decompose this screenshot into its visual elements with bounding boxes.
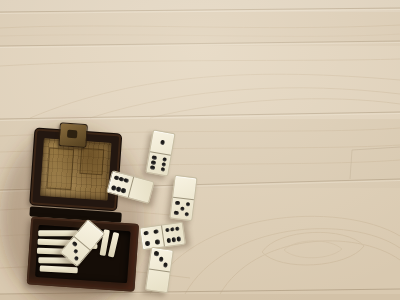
paper-print-block (46, 148, 74, 190)
box-clasp (58, 122, 88, 148)
pip (145, 241, 150, 246)
pip (72, 241, 78, 247)
pip (160, 167, 165, 172)
tile-half-0 (173, 176, 196, 199)
pip (154, 251, 159, 256)
pip (175, 200, 180, 205)
pip (124, 178, 130, 184)
pip (72, 248, 78, 254)
pip (160, 140, 165, 145)
paper-print-block (80, 148, 104, 176)
pip (174, 211, 179, 216)
pip (121, 188, 127, 194)
tile-half-0 (127, 177, 153, 203)
pip (154, 229, 159, 234)
pip (175, 226, 180, 231)
pip (180, 206, 185, 211)
tile-half-3 (149, 248, 173, 271)
scene (0, 0, 400, 300)
pip (73, 255, 79, 261)
pip (176, 236, 181, 241)
tile-half-6 (147, 151, 171, 176)
tile-half-0 (146, 268, 170, 292)
pip (185, 202, 190, 207)
pip (150, 165, 155, 170)
stacked-domino-4[interactable] (40, 265, 78, 273)
tile-half-4 (140, 226, 163, 250)
pip (163, 263, 168, 268)
pip (143, 230, 148, 235)
domino-box[interactable] (18, 122, 147, 296)
tile-half-5 (171, 196, 194, 220)
tile-half-6 (161, 223, 185, 247)
pip (155, 239, 160, 244)
pip (184, 212, 189, 217)
pip (158, 257, 163, 262)
lid-lining-paper (40, 138, 112, 201)
stacked-domino-8[interactable] (108, 232, 119, 258)
